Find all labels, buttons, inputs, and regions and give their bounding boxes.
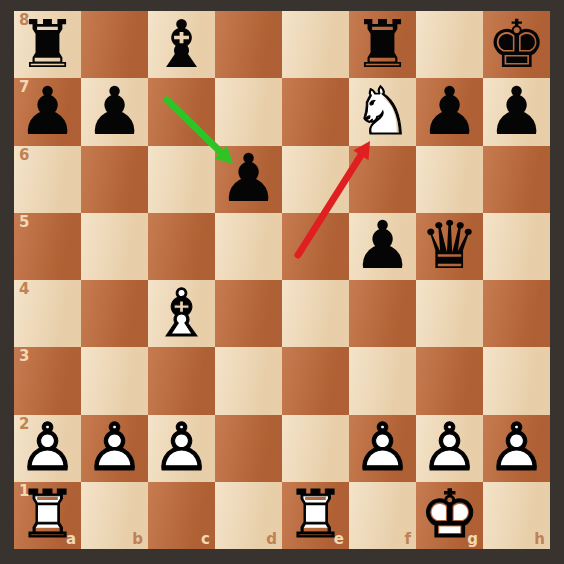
square-g8[interactable] [416, 11, 483, 78]
file-label-h: h [534, 532, 545, 547]
square-g5[interactable]: ♛ [416, 213, 483, 280]
square-g3[interactable] [416, 347, 483, 414]
square-g1[interactable]: g♚♔ [416, 482, 483, 549]
square-c4[interactable]: ♝♗ [148, 280, 215, 347]
rank-label-4: 4 [19, 282, 29, 297]
queen-icon: ♛ [416, 213, 483, 280]
square-c3[interactable] [148, 347, 215, 414]
square-b4[interactable] [81, 280, 148, 347]
square-e6[interactable] [282, 146, 349, 213]
square-a4[interactable]: 4 [14, 280, 81, 347]
square-h3[interactable] [483, 347, 550, 414]
square-f2[interactable]: ♟♙ [349, 415, 416, 482]
rook-icon: ♜ [14, 11, 81, 78]
square-a5[interactable]: 5 [14, 213, 81, 280]
square-h2[interactable]: ♟♙ [483, 415, 550, 482]
square-b2[interactable]: ♟♙ [81, 415, 148, 482]
square-e8[interactable] [282, 11, 349, 78]
square-b3[interactable] [81, 347, 148, 414]
pawn-icon: ♟ [416, 78, 483, 145]
black-queen-g5[interactable]: ♛ [416, 213, 483, 280]
square-c6[interactable] [148, 146, 215, 213]
file-label-d: d [266, 532, 277, 547]
square-g2[interactable]: ♟♙ [416, 415, 483, 482]
white-king-g1[interactable]: ♚♔ [416, 482, 483, 549]
square-a6[interactable]: 6 [14, 146, 81, 213]
square-d2[interactable] [215, 415, 282, 482]
board-frame: 8♜♝♜♚7♟♟♞♘♟♟6♟5♟♛4♝♗32♟♙♟♙♟♙♟♙♟♙♟♙1a♜♖bc… [0, 0, 564, 564]
pawn-icon: ♟ [483, 78, 550, 145]
square-f4[interactable] [349, 280, 416, 347]
pawn-icon: ♟ [14, 78, 81, 145]
square-g4[interactable] [416, 280, 483, 347]
square-g6[interactable] [416, 146, 483, 213]
square-c5[interactable] [148, 213, 215, 280]
square-f8[interactable]: ♜ [349, 11, 416, 78]
square-g7[interactable]: ♟ [416, 78, 483, 145]
rank-label-3: 3 [19, 349, 29, 364]
square-h1[interactable]: h [483, 482, 550, 549]
square-d5[interactable] [215, 213, 282, 280]
square-a7[interactable]: 7♟ [14, 78, 81, 145]
white-rook-e1[interactable]: ♜♖ [282, 482, 349, 549]
rook-outline-icon: ♖ [282, 482, 349, 549]
chessboard: 8♜♝♜♚7♟♟♞♘♟♟6♟5♟♛4♝♗32♟♙♟♙♟♙♟♙♟♙♟♙1a♜♖bc… [14, 11, 550, 549]
black-bishop-c8[interactable]: ♝ [148, 11, 215, 78]
black-pawn-b7[interactable]: ♟ [81, 78, 148, 145]
white-pawn-f2[interactable]: ♟♙ [349, 415, 416, 482]
pawn-outline-icon: ♙ [148, 415, 215, 482]
square-d3[interactable] [215, 347, 282, 414]
rank-label-6: 6 [19, 148, 29, 163]
white-bishop-c4[interactable]: ♝♗ [148, 280, 215, 347]
square-b6[interactable] [81, 146, 148, 213]
square-d6[interactable]: ♟ [215, 146, 282, 213]
square-d1[interactable]: d [215, 482, 282, 549]
black-rook-f8[interactable]: ♜ [349, 11, 416, 78]
bishop-icon: ♝ [148, 11, 215, 78]
square-h6[interactable] [483, 146, 550, 213]
pawn-outline-icon: ♙ [483, 415, 550, 482]
black-king-h8[interactable]: ♚ [483, 11, 550, 78]
white-knight-f7[interactable]: ♞♘ [349, 78, 416, 145]
square-a8[interactable]: 8♜ [14, 11, 81, 78]
square-d8[interactable] [215, 11, 282, 78]
black-pawn-d6[interactable]: ♟ [215, 146, 282, 213]
square-h8[interactable]: ♚ [483, 11, 550, 78]
square-b5[interactable] [81, 213, 148, 280]
rook-icon: ♜ [349, 11, 416, 78]
file-label-f: f [404, 532, 411, 547]
square-c7[interactable] [148, 78, 215, 145]
square-e3[interactable] [282, 347, 349, 414]
black-pawn-f5[interactable]: ♟ [349, 213, 416, 280]
square-f5[interactable]: ♟ [349, 213, 416, 280]
white-pawn-c2[interactable]: ♟♙ [148, 415, 215, 482]
square-f7[interactable]: ♞♘ [349, 78, 416, 145]
white-pawn-b2[interactable]: ♟♙ [81, 415, 148, 482]
square-a3[interactable]: 3 [14, 347, 81, 414]
square-b8[interactable] [81, 11, 148, 78]
white-rook-a1[interactable]: ♜♖ [14, 482, 81, 549]
square-c8[interactable]: ♝ [148, 11, 215, 78]
black-pawn-g7[interactable]: ♟ [416, 78, 483, 145]
pawn-icon: ♟ [215, 146, 282, 213]
square-d7[interactable] [215, 78, 282, 145]
rook-outline-icon: ♖ [14, 482, 81, 549]
square-e2[interactable] [282, 415, 349, 482]
file-label-b: b [132, 532, 143, 547]
white-pawn-a2[interactable]: ♟♙ [14, 415, 81, 482]
square-e1[interactable]: e♜♖ [282, 482, 349, 549]
square-e7[interactable] [282, 78, 349, 145]
square-c1[interactable]: c [148, 482, 215, 549]
pawn-outline-icon: ♙ [416, 415, 483, 482]
square-a2[interactable]: 2♟♙ [14, 415, 81, 482]
square-f3[interactable] [349, 347, 416, 414]
square-c2[interactable]: ♟♙ [148, 415, 215, 482]
king-icon: ♚ [483, 11, 550, 78]
pawn-icon: ♟ [81, 78, 148, 145]
square-e5[interactable] [282, 213, 349, 280]
square-h4[interactable] [483, 280, 550, 347]
pawn-outline-icon: ♙ [81, 415, 148, 482]
square-f1[interactable]: f [349, 482, 416, 549]
knight-outline-icon: ♘ [349, 78, 416, 145]
square-a1[interactable]: 1a♜♖ [14, 482, 81, 549]
pawn-icon: ♟ [349, 213, 416, 280]
white-pawn-h2[interactable]: ♟♙ [483, 415, 550, 482]
bishop-outline-icon: ♗ [148, 280, 215, 347]
square-e4[interactable] [282, 280, 349, 347]
black-pawn-h7[interactable]: ♟ [483, 78, 550, 145]
square-f6[interactable] [349, 146, 416, 213]
file-label-c: c [201, 532, 210, 547]
black-pawn-a7[interactable]: ♟ [14, 78, 81, 145]
square-b1[interactable]: b [81, 482, 148, 549]
square-b7[interactable]: ♟ [81, 78, 148, 145]
black-rook-a8[interactable]: ♜ [14, 11, 81, 78]
king-outline-icon: ♔ [416, 482, 483, 549]
rank-label-5: 5 [19, 215, 29, 230]
pawn-outline-icon: ♙ [14, 415, 81, 482]
pawn-outline-icon: ♙ [349, 415, 416, 482]
square-h5[interactable] [483, 213, 550, 280]
square-d4[interactable] [215, 280, 282, 347]
white-pawn-g2[interactable]: ♟♙ [416, 415, 483, 482]
square-h7[interactable]: ♟ [483, 78, 550, 145]
